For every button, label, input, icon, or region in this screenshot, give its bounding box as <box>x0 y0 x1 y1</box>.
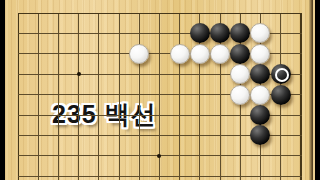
white-stone <box>230 85 250 105</box>
last-move-circle-marker <box>275 68 289 82</box>
grid-line-horizontal <box>18 13 303 14</box>
star-point <box>77 72 81 76</box>
white-stone <box>250 85 270 105</box>
black-stone <box>230 44 250 64</box>
black-stone <box>271 64 291 84</box>
video-frame: 235 백선 <box>0 0 320 180</box>
grid-line-horizontal <box>18 176 303 177</box>
white-stone <box>210 44 230 64</box>
black-stone <box>271 85 291 105</box>
white-stone <box>170 44 190 64</box>
board-right-edge <box>309 0 313 180</box>
white-stone <box>129 44 149 64</box>
letterbox-bar-left <box>0 0 5 180</box>
white-stone <box>190 44 210 64</box>
letterbox-bar-right <box>315 0 320 180</box>
